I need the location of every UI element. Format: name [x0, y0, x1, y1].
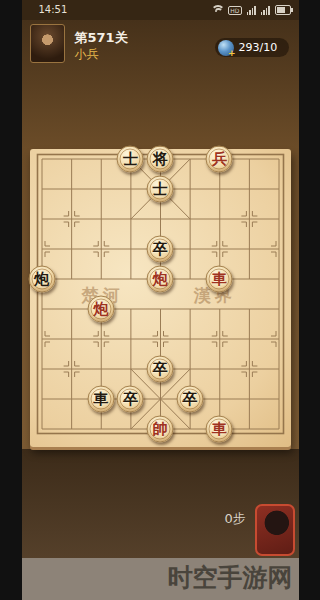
piece-black-卒[interactable]: 卒 [147, 356, 174, 383]
piece-black-卒[interactable]: 卒 [147, 236, 174, 263]
piece-red-炮[interactable]: 炮 [87, 296, 114, 323]
piece-red-兵[interactable]: 兵 [206, 146, 233, 173]
character-avatar[interactable] [255, 504, 295, 556]
piece-black-卒[interactable]: 卒 [117, 386, 144, 413]
piece-red-炮[interactable]: 炮 [147, 266, 174, 293]
signal-bars-icon-2 [261, 6, 270, 15]
app-screen: 14:51 HD 第571关 小兵 + 293/10 楚河 漢界 士将兵士卒炮炮… [22, 0, 299, 600]
piece-black-卒[interactable]: 卒 [176, 386, 203, 413]
piece-red-車[interactable]: 車 [206, 416, 233, 443]
piece-black-士[interactable]: 士 [147, 176, 174, 203]
piece-layer: 士将兵士卒炮炮車炮卒車卒卒帥車 [30, 149, 291, 447]
energy-coin-icon: + [218, 40, 234, 56]
piece-black-炮[interactable]: 炮 [28, 266, 55, 293]
status-bar: 14:51 HD [22, 0, 299, 20]
piece-red-帥[interactable]: 帥 [147, 416, 174, 443]
player-avatar[interactable] [30, 24, 65, 63]
energy-pill[interactable]: + 293/10 [215, 38, 289, 57]
clock-text: 14:51 [39, 4, 68, 15]
piece-red-車[interactable]: 車 [206, 266, 233, 293]
piece-black-将[interactable]: 将 [147, 146, 174, 173]
rank-label: 小兵 [75, 46, 99, 63]
signal-bars-icon [247, 6, 256, 15]
move-counter: 0步 [225, 510, 246, 528]
wifi-icon [211, 5, 223, 15]
status-icons: HD [211, 5, 290, 15]
watermark-text: 时空手游网 [168, 561, 293, 594]
xiangqi-board[interactable]: 楚河 漢界 士将兵士卒炮炮車炮卒車卒卒帥車 [30, 149, 291, 447]
level-title: 第571关 [75, 29, 128, 47]
energy-count: 293/10 [239, 41, 278, 54]
hd-volte-icon: HD [228, 6, 241, 15]
piece-black-車[interactable]: 車 [87, 386, 114, 413]
piece-black-士[interactable]: 士 [117, 146, 144, 173]
battery-icon [275, 5, 291, 15]
